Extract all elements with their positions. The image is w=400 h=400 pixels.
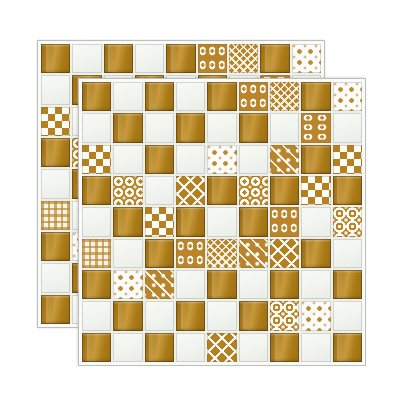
tile-r7c3-dd: [145, 270, 174, 299]
tile-r7c1-b: [82, 270, 111, 299]
tile-r9c3-b: [145, 333, 174, 362]
tile-r9c8-w: [301, 333, 330, 362]
tile-r9c4-w: [176, 333, 205, 362]
tile-r7c2-hw: [113, 270, 142, 299]
tile-r9c5-lt: [207, 333, 236, 362]
tile-r4c4-lt: [176, 176, 205, 205]
tile-r5c2-b: [113, 207, 142, 236]
tile-r4c7-b: [270, 176, 299, 205]
tile-r4c8-dm: [301, 176, 330, 205]
tile-r8c9-w: [333, 301, 362, 330]
tile-r5c3-dm: [145, 207, 174, 236]
tile-r2c7-w: [270, 113, 299, 142]
tile-r8c2-b: [113, 301, 142, 330]
tile-r1c5-b: [166, 44, 195, 73]
tile-r6c1-gs: [41, 201, 70, 230]
tile-r1c8-b: [301, 82, 330, 111]
tile-r4c3-w: [145, 176, 174, 205]
tile-r3c3-b: [145, 145, 174, 174]
tile-r6c5-gd: [207, 239, 236, 268]
tile-r1c6-ov: [239, 82, 268, 111]
tile-r7c4-w: [176, 270, 205, 299]
tile-r6c3-b: [145, 239, 174, 268]
tile-r7c6-w: [239, 270, 268, 299]
tile-r9c1-b: [41, 295, 70, 324]
tile-r3c9-dm: [333, 145, 362, 174]
tile-r1c9-hw: [292, 44, 321, 73]
tile-r6c8-b: [301, 239, 330, 268]
tile-r5c4-b: [176, 207, 205, 236]
tile-r4c2-dn: [113, 176, 142, 205]
tile-r1c9-hw: [333, 82, 362, 111]
tile-r8c1-w: [41, 263, 70, 292]
tile-r3c7-dd: [270, 145, 299, 174]
product-photo: [0, 0, 400, 400]
tile-r8c7-qf: [270, 301, 299, 330]
tile-r2c9-w: [333, 113, 362, 142]
tile-r9c2-w: [113, 333, 142, 362]
tile-r3c1-dm: [41, 107, 70, 136]
tile-r5c7-ov: [270, 207, 299, 236]
tile-r1c3-b: [104, 44, 133, 73]
tile-r7c9-b: [333, 270, 362, 299]
tile-r4c9-b: [333, 176, 362, 205]
tile-r4c1-b: [82, 176, 111, 205]
tile-r1c7-gd: [270, 82, 299, 111]
tile-r1c1-b: [41, 44, 70, 73]
tile-r5c1-w: [82, 207, 111, 236]
tile-r7c8-w: [301, 270, 330, 299]
tile-r1c4-w: [176, 82, 205, 111]
tile-r8c1-w: [82, 301, 111, 330]
tile-r1c2-w: [113, 82, 142, 111]
tile-r1c1-b: [82, 82, 111, 111]
tile-r8c8-hw: [301, 301, 330, 330]
tile-r4c1-b: [41, 138, 70, 167]
tile-r9c6-w: [239, 333, 268, 362]
tile-r3c1-dm: [82, 145, 111, 174]
tile-r3c8-b: [301, 145, 330, 174]
tile-r2c1-w: [82, 113, 111, 142]
tile-r1c7-gd: [229, 44, 258, 73]
tile-r6c1-gs: [82, 239, 111, 268]
tile-r2c4-b: [176, 113, 205, 142]
tile-r8c4-b: [176, 301, 205, 330]
tile-r1c4-w: [135, 44, 164, 73]
tile-r3c5-hw: [207, 145, 236, 174]
tile-r6c4-ov: [176, 239, 205, 268]
tile-r6c9-w: [333, 239, 362, 268]
tile-r2c3-w: [145, 113, 174, 142]
tile-r2c8-oh: [301, 113, 330, 142]
tile-r1c5-b: [207, 82, 236, 111]
tile-r3c6-w: [239, 145, 268, 174]
tile-sheet-front: [78, 78, 366, 366]
tile-r2c6-b: [239, 113, 268, 142]
tile-r4c6-dn: [239, 176, 268, 205]
tile-r7c5-b: [207, 270, 236, 299]
tile-r3c4-w: [176, 145, 205, 174]
tile-r7c1-b: [41, 232, 70, 261]
tile-r6c6-dd: [239, 239, 268, 268]
tile-r5c8-w: [301, 207, 330, 236]
tile-r4c5-b: [207, 176, 236, 205]
tile-r8c3-w: [145, 301, 174, 330]
tile-r6c2-w: [113, 239, 142, 268]
tile-r2c2-b: [113, 113, 142, 142]
tile-grid-front: [82, 82, 362, 362]
tile-r9c7-b: [270, 333, 299, 362]
tile-r6c7-lt: [270, 239, 299, 268]
tile-r1c6-ov: [198, 44, 227, 73]
tile-r9c1-b: [82, 333, 111, 362]
tile-r2c5-w: [207, 113, 236, 142]
tile-r1c2-w: [72, 44, 101, 73]
tile-r2c1-w: [41, 75, 70, 104]
tile-r8c6-b: [239, 301, 268, 330]
tile-r5c6-b: [239, 207, 268, 236]
tile-r5c5-w: [207, 207, 236, 236]
tile-r3c2-w: [113, 145, 142, 174]
tile-r1c8-b: [260, 44, 289, 73]
tile-r9c9-b: [333, 333, 362, 362]
tile-r5c9-qf: [333, 207, 362, 236]
tile-r7c7-b: [270, 270, 299, 299]
tile-r5c1-w: [41, 169, 70, 198]
tile-r1c3-b: [145, 82, 174, 111]
tile-r8c5-w: [207, 301, 236, 330]
